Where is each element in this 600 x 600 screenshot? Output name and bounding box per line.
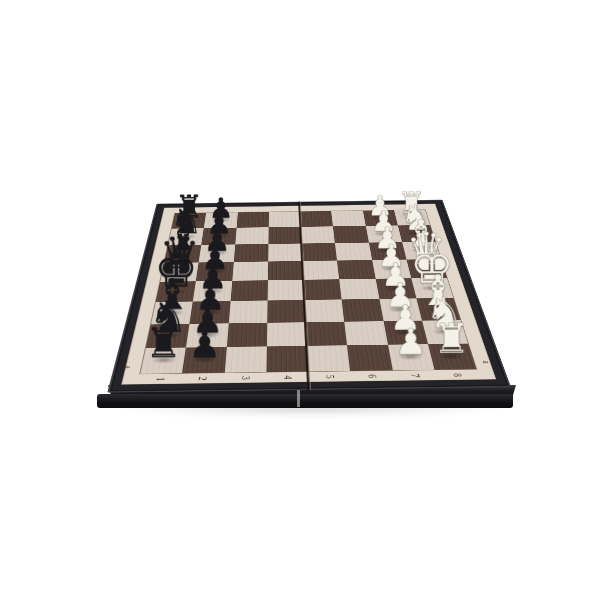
- white-pawn-icon: ♟: [394, 324, 427, 359]
- pieces-layer: ♜♞♝♛♚♝♞♜♟♟♟♟♟♟♟♟♟♟♟♟♟♟♟♟♜♞♝♛♚♝♞♜: [140, 210, 476, 374]
- board-frame-base: [97, 394, 513, 408]
- chess-board: 12345678 a a ♜♞♝♛♚♝♞♜♟♟♟♟♟♟♟♟♟♟♟♟♟♟♟♟♜♞♝…: [107, 200, 511, 393]
- white-rook-icon: ♜: [433, 319, 470, 358]
- board-scene: 12345678 a a ♜♞♝♛♚♝♞♜♟♟♟♟♟♟♟♟♟♟♟♟♟♟♟♟♜♞♝…: [105, 207, 511, 393]
- coordinate-5: 5: [321, 363, 339, 391]
- coordinate-3: 3: [236, 364, 253, 392]
- coordinate-2: 2: [193, 365, 212, 393]
- product-photo: 12345678 a a ♜♞♝♛♚♝♞♜♟♟♟♟♟♟♟♟♟♟♟♟♟♟♟♟♜♞♝…: [0, 0, 600, 600]
- black-pawn-icon: ♟: [188, 327, 221, 362]
- black-rook-icon: ♜: [145, 323, 182, 362]
- coordinate-4: 4: [279, 364, 295, 392]
